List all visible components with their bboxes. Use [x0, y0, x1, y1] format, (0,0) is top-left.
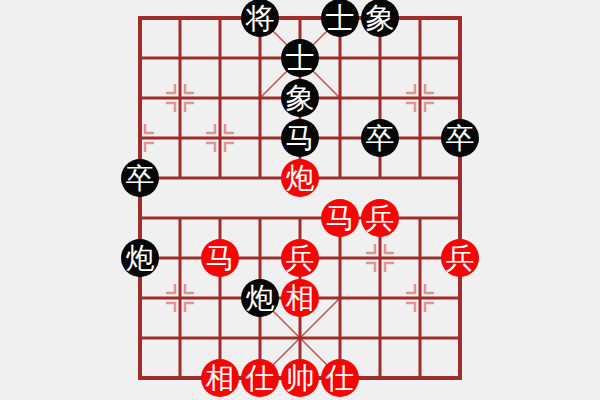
piece-black-advisor-1[interactable]: 士 [321, 0, 359, 37]
piece-red-elephant-2[interactable]: 相 [201, 359, 239, 397]
piece-red-elephant-1[interactable]: 相 [281, 279, 319, 317]
piece-black-soldier-1[interactable]: 卒 [361, 119, 399, 157]
piece-red-cannon-1[interactable]: 炮 [281, 159, 319, 197]
piece-black-soldier-3[interactable]: 卒 [121, 159, 159, 197]
piece-black-cannon-1[interactable]: 炮 [121, 239, 159, 277]
piece-black-horse-1[interactable]: 马 [281, 119, 319, 157]
piece-black-cannon-2[interactable]: 炮 [241, 279, 279, 317]
piece-red-advisor-1[interactable]: 仕 [241, 359, 279, 397]
xiangqi-app-window: 将士象士象马卒卒卒炮马兵炮马兵兵炮相相仕帅仕 [0, 0, 600, 400]
piece-black-elephant-2[interactable]: 象 [281, 79, 319, 117]
piece-red-soldier-2[interactable]: 兵 [281, 239, 319, 277]
piece-black-general[interactable]: 将 [241, 0, 279, 37]
piece-red-horse-2[interactable]: 马 [201, 239, 239, 277]
piece-black-advisor-2[interactable]: 士 [281, 39, 319, 77]
piece-red-soldier-1[interactable]: 兵 [361, 199, 399, 237]
piece-black-soldier-2[interactable]: 卒 [441, 119, 479, 157]
piece-red-soldier-3[interactable]: 兵 [441, 239, 479, 277]
piece-black-elephant-1[interactable]: 象 [361, 0, 399, 37]
piece-red-king[interactable]: 帅 [281, 359, 319, 397]
xiangqi-board[interactable]: 将士象士象马卒卒卒炮马兵炮马兵兵炮相相仕帅仕 [120, 0, 480, 398]
piece-red-horse-1[interactable]: 马 [321, 199, 359, 237]
piece-red-advisor-2[interactable]: 仕 [321, 359, 359, 397]
